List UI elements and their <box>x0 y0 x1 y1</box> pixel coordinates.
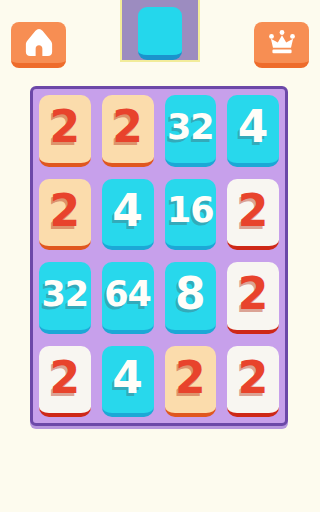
tile-value: 4 <box>112 189 143 236</box>
tile-value: 2 <box>50 189 81 236</box>
tile-r4c4[interactable]: 2 <box>227 346 279 418</box>
tile-value: 2 <box>238 189 269 236</box>
tile-r3c1[interactable]: 32 <box>39 262 91 334</box>
tile-value: 4 <box>238 105 269 152</box>
tile-r1c3[interactable]: 32 <box>165 95 217 167</box>
crown-icon <box>264 28 300 58</box>
game-screen: { "game": "2048-style number merge puzzl… <box>0 0 320 512</box>
tile-r1c4[interactable]: 4 <box>227 95 279 167</box>
tile-r3c4[interactable]: 2 <box>227 262 279 334</box>
tile-r1c1[interactable]: 2 <box>39 95 91 167</box>
tile-r2c2[interactable]: 4 <box>102 179 154 251</box>
tile-value: 2 <box>238 272 269 319</box>
home-icon <box>22 27 56 59</box>
tile-r3c3[interactable]: 8 <box>165 262 217 334</box>
tile-value: 64 <box>104 277 151 315</box>
tile-value: 8 <box>175 272 206 319</box>
game-board[interactable]: 22324241623264822422 <box>30 86 288 426</box>
next-tile-preview <box>138 7 182 60</box>
tile-value: 2 <box>112 105 143 152</box>
tile-value: 32 <box>167 110 214 148</box>
tile-value: 2 <box>50 105 81 152</box>
crown-button[interactable] <box>254 22 309 68</box>
tile-value: 16 <box>167 193 214 231</box>
tile-value: 2 <box>238 356 269 403</box>
tile-value: 32 <box>42 277 89 315</box>
tile-grid: 22324241623264822422 <box>39 95 279 417</box>
home-button[interactable] <box>11 22 66 68</box>
tile-r2c1[interactable]: 2 <box>39 179 91 251</box>
tile-r4c1[interactable]: 2 <box>39 346 91 418</box>
tile-r4c2[interactable]: 4 <box>102 346 154 418</box>
next-tile-panel <box>120 0 200 62</box>
tile-r4c3[interactable]: 2 <box>165 346 217 418</box>
tile-value: 4 <box>112 356 143 403</box>
tile-r2c4[interactable]: 2 <box>227 179 279 251</box>
tile-r2c3[interactable]: 16 <box>165 179 217 251</box>
tile-r3c2[interactable]: 64 <box>102 262 154 334</box>
tile-r1c2[interactable]: 2 <box>102 95 154 167</box>
tile-value: 2 <box>175 356 206 403</box>
tile-value: 2 <box>50 356 81 403</box>
